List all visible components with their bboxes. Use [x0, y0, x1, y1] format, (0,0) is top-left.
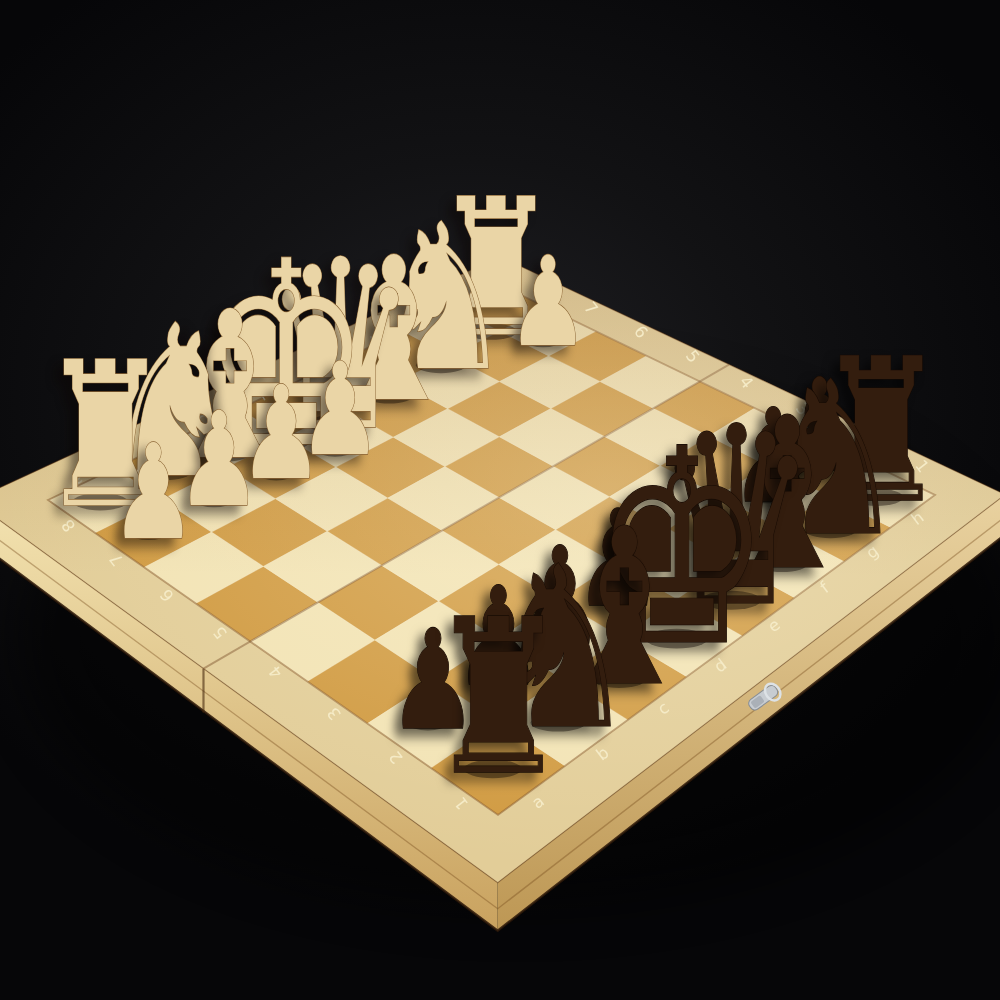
product-photo-stage: 8765432187654321abcdefghabcdefgh♜♟♞♝♛♚♟♝…	[0, 0, 1000, 1000]
piece-dark-rook-a1[interactable]: ♜	[428, 574, 568, 823]
chess-board: 8765432187654321abcdefghabcdefgh♜♟♞♝♛♚♟♝…	[0, 0, 1000, 1000]
piece-light-pawn-h7[interactable]: ♟	[507, 230, 589, 375]
piece-light-pawn-a7[interactable]: ♟	[110, 415, 196, 568]
